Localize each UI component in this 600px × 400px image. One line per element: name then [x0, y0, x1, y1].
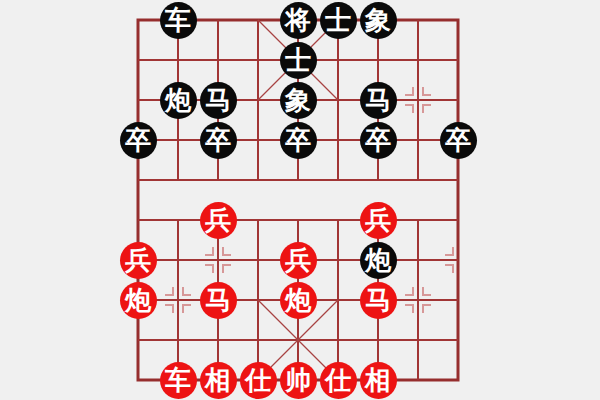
piece-red-soldier[interactable]: 兵 [200, 202, 237, 239]
piece-red-horse[interactable]: 马 [200, 282, 237, 319]
piece-red-general[interactable]: 帅 [280, 362, 317, 399]
piece-black-elephant[interactable]: 象 [280, 82, 317, 119]
piece-black-soldier[interactable]: 卒 [120, 122, 157, 159]
piece-black-advisor[interactable]: 士 [280, 42, 317, 79]
piece-black-soldier[interactable]: 卒 [360, 122, 397, 159]
piece-red-cannon[interactable]: 炮 [280, 282, 317, 319]
piece-red-elephant[interactable]: 相 [360, 362, 397, 399]
piece-black-soldier[interactable]: 卒 [200, 122, 237, 159]
pieces-layer: 车将士象士炮马象马卒卒卒卒卒炮兵兵兵兵炮马炮马车相仕帅仕相 [118, 0, 478, 400]
piece-black-horse[interactable]: 马 [360, 82, 397, 119]
piece-red-soldier[interactable]: 兵 [360, 202, 397, 239]
piece-black-cannon[interactable]: 炮 [160, 82, 197, 119]
piece-black-chariot[interactable]: 车 [160, 2, 197, 39]
piece-black-horse[interactable]: 马 [200, 82, 237, 119]
xiangqi-app: 车将士象士炮马象马卒卒卒卒卒炮兵兵兵兵炮马炮马车相仕帅仕相 [0, 0, 600, 400]
piece-red-cannon[interactable]: 炮 [120, 282, 157, 319]
piece-black-advisor[interactable]: 士 [320, 2, 357, 39]
piece-red-soldier[interactable]: 兵 [120, 242, 157, 279]
piece-red-chariot[interactable]: 车 [160, 362, 197, 399]
piece-red-horse[interactable]: 马 [360, 282, 397, 319]
piece-red-elephant[interactable]: 相 [200, 362, 237, 399]
piece-red-advisor[interactable]: 仕 [240, 362, 277, 399]
piece-red-soldier[interactable]: 兵 [280, 242, 317, 279]
piece-black-general[interactable]: 将 [280, 2, 317, 39]
piece-black-soldier[interactable]: 卒 [280, 122, 317, 159]
piece-black-elephant[interactable]: 象 [360, 2, 397, 39]
piece-black-soldier[interactable]: 卒 [440, 122, 477, 159]
piece-black-cannon[interactable]: 炮 [360, 242, 397, 279]
piece-red-advisor[interactable]: 仕 [320, 362, 357, 399]
